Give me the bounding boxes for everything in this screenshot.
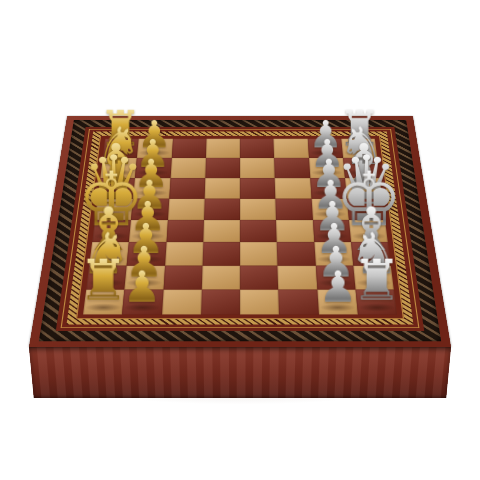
square-f5 [240, 242, 278, 265]
square-b3 [170, 158, 206, 178]
gold-tooling-band: ♜♟♟♜♞♟♟♞♝♟♟♝♛♟♟♛♚♟♟♚♝♟♟♝♞♟♟♞♜♟♟♜ [67, 132, 414, 325]
square-c3 [169, 178, 205, 199]
square-c4 [204, 178, 240, 199]
square-a5 [240, 139, 274, 158]
square-g4 [202, 265, 240, 289]
square-h2: ♟ [122, 289, 163, 314]
square-b4 [205, 158, 240, 178]
gold-pawn: ♟ [123, 265, 162, 308]
square-d4 [204, 199, 240, 220]
square-d5 [240, 199, 276, 220]
square-e6 [276, 220, 314, 242]
board-top-face: ♜♟♟♜♞♟♟♞♝♟♟♝♛♟♟♛♚♟♟♚♝♟♟♝♞♟♟♞♜♟♟♜ [29, 116, 451, 347]
chess-board: ♜♟♟♜♞♟♟♞♝♟♟♝♛♟♟♛♚♟♟♚♝♟♟♝♞♟♟♞♜♟♟♜ [83, 139, 397, 315]
square-a6 [274, 139, 309, 158]
product-photo-scene: ♜♟♟♜♞♟♟♞♝♟♟♝♛♟♟♛♚♟♟♚♝♟♟♝♞♟♟♞♜♟♟♜ [0, 0, 480, 480]
square-d6 [276, 199, 313, 220]
square-a3 [171, 139, 206, 158]
square-c6 [275, 178, 311, 199]
square-g6 [278, 265, 317, 289]
square-e3 [166, 220, 204, 242]
square-g3 [163, 265, 202, 289]
square-h4 [201, 289, 240, 314]
square-h5 [240, 289, 279, 314]
gold-pinstripe-outer: ♜♟♟♜♞♟♟♞♝♟♟♝♛♟♟♛♚♟♟♚♝♟♟♝♞♟♟♞♜♟♟♜ [61, 129, 420, 328]
square-b5 [240, 158, 275, 178]
gold-rook: ♜ [78, 252, 128, 308]
square-g5 [240, 265, 278, 289]
square-c5 [240, 178, 276, 199]
square-a4 [206, 139, 240, 158]
square-d3 [168, 199, 205, 220]
square-f3 [165, 242, 203, 265]
leather-border: ♜♟♟♜♞♟♟♞♝♟♟♝♛♟♟♛♚♟♟♚♝♟♟♝♞♟♟♞♜♟♟♜ [56, 127, 424, 331]
square-h1: ♜ [83, 289, 125, 314]
box-front-side [29, 347, 451, 398]
chess-box: ♜♟♟♜♞♟♟♞♝♟♟♝♛♟♟♛♚♟♟♚♝♟♟♝♞♟♟♞♜♟♟♜ [29, 116, 451, 347]
rope-trim-border: ♜♟♟♜♞♟♟♞♝♟♟♝♛♟♟♛♚♟♟♚♝♟♟♝♞♟♟♞♜♟♟♜ [39, 120, 441, 341]
square-b6 [274, 158, 310, 178]
square-h8: ♜ [355, 289, 397, 314]
silver-rook: ♜ [351, 252, 401, 308]
square-e5 [240, 220, 277, 242]
square-f6 [277, 242, 315, 265]
square-h3 [162, 289, 202, 314]
square-h6 [278, 289, 318, 314]
gold-pinstripe-inner: ♜♟♟♜♞♟♟♞♝♟♟♝♛♟♟♛♚♟♟♚♝♟♟♝♞♟♟♞♜♟♟♜ [76, 136, 404, 319]
square-e4 [203, 220, 240, 242]
square-f4 [202, 242, 240, 265]
